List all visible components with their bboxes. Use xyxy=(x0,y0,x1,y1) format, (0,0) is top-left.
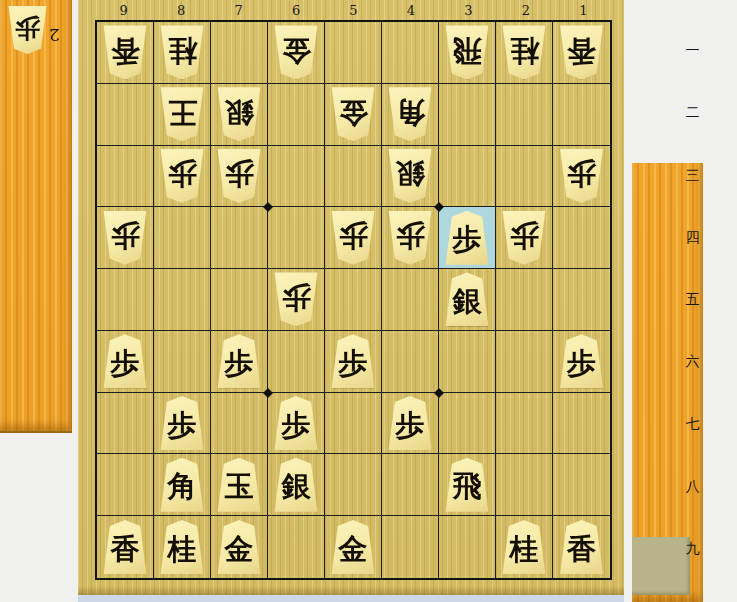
koma-kanji: 桂 xyxy=(510,535,539,564)
board-cell-9-5[interactable] xyxy=(97,269,154,331)
koma-gote-s[interactable]: 銀 xyxy=(216,87,262,141)
board-cell-1-8[interactable] xyxy=(553,454,610,516)
board-cell-4-3[interactable]: 銀 xyxy=(382,146,439,208)
board-cell-1-1[interactable]: 香 xyxy=(553,22,610,84)
board-cell-5-5[interactable] xyxy=(325,269,382,331)
koma-kanji: 香 xyxy=(567,535,596,564)
board-cell-8-3[interactable]: 歩 xyxy=(154,146,211,208)
board-cell-6-6[interactable] xyxy=(268,331,325,393)
koma-kanji: 金 xyxy=(339,535,368,564)
file-label-6: 6 xyxy=(267,1,324,19)
koma-kanji: 飛 xyxy=(453,36,482,65)
koma-gote-n[interactable]: 桂 xyxy=(159,25,205,79)
board-cell-9-8[interactable] xyxy=(97,454,154,516)
board-cell-3-5[interactable]: 銀 xyxy=(439,269,496,331)
board-cell-3-1[interactable]: 飛 xyxy=(439,22,496,84)
koma-gote-b[interactable]: 角 xyxy=(387,87,433,141)
board-cell-9-2[interactable] xyxy=(97,84,154,146)
koma-sente-b[interactable]: 角 xyxy=(159,458,205,512)
koma-gote-k[interactable]: 王 xyxy=(159,87,205,141)
koma-gote-p[interactable]: 歩 xyxy=(102,211,148,265)
koma-kanji: 歩 xyxy=(225,349,254,378)
koma-kanji: 歩 xyxy=(282,411,311,440)
koma-gote-p[interactable]: 歩 xyxy=(387,211,433,265)
file-label-7: 7 xyxy=(210,1,267,19)
koma-sente-p[interactable]: 歩 xyxy=(387,396,433,450)
rank-label-5: 五 xyxy=(683,269,702,331)
koma-kanji: 香 xyxy=(111,535,140,564)
koma-kanji: 香 xyxy=(111,36,140,65)
board-cell-2-1[interactable]: 桂 xyxy=(496,22,553,84)
board-cell-4-4[interactable]: 歩 xyxy=(382,207,439,269)
board-cell-1-4[interactable] xyxy=(553,207,610,269)
koma-sente-p[interactable]: 歩 xyxy=(444,211,490,265)
board-cell-8-8[interactable]: 角 xyxy=(154,454,211,516)
koma-kanji: 歩 xyxy=(168,411,197,440)
koma-kanji: 角 xyxy=(396,98,425,127)
board-cell-8-7[interactable]: 歩 xyxy=(154,393,211,455)
board-cell-4-6[interactable] xyxy=(382,331,439,393)
board-cell-9-7[interactable] xyxy=(97,393,154,455)
board-cell-6-4[interactable] xyxy=(268,207,325,269)
file-label-2: 2 xyxy=(497,1,554,19)
koma-gote-p[interactable]: 歩 xyxy=(559,149,605,203)
board-cell-6-5[interactable]: 歩 xyxy=(268,269,325,331)
file-label-9: 9 xyxy=(95,1,152,19)
koma-kanji: 銀 xyxy=(453,287,482,316)
board-cell-4-9[interactable] xyxy=(382,516,439,578)
shogi-board: 987654321 一二三四五六七八九 香桂金飛桂香王銀金角歩歩銀歩歩歩歩歩歩歩… xyxy=(78,0,624,595)
koma-gote-p[interactable]: 歩 xyxy=(330,211,376,265)
koma-gote-p[interactable]: 歩 xyxy=(159,149,205,203)
koma-gote-l[interactable]: 香 xyxy=(102,25,148,79)
koma-sente-p[interactable]: 歩 xyxy=(216,334,262,388)
board-cell-9-1[interactable]: 香 xyxy=(97,22,154,84)
koma-kanji: 金 xyxy=(339,98,368,127)
board-cell-5-4[interactable]: 歩 xyxy=(325,207,382,269)
board-cell-2-5[interactable] xyxy=(496,269,553,331)
board-cell-7-5[interactable] xyxy=(211,269,268,331)
koma-kanji: 歩 xyxy=(225,159,254,188)
board-cell-4-8[interactable] xyxy=(382,454,439,516)
board-cell-8-6[interactable] xyxy=(154,331,211,393)
board-cell-5-6[interactable]: 歩 xyxy=(325,331,382,393)
board-cell-6-9[interactable] xyxy=(268,516,325,578)
koma-gote-g[interactable]: 金 xyxy=(330,87,376,141)
koma-gote-p-in-hand[interactable]: 歩 xyxy=(7,6,48,54)
board-cell-9-6[interactable]: 歩 xyxy=(97,331,154,393)
koma-kanji: 金 xyxy=(225,535,254,564)
rank-label-8: 八 xyxy=(683,456,702,518)
koma-sente-s[interactable]: 銀 xyxy=(273,458,319,512)
file-labels: 987654321 xyxy=(95,1,612,19)
gote-captured-tray: 歩 2 xyxy=(0,0,72,433)
board-cell-3-8[interactable]: 飛 xyxy=(439,454,496,516)
koma-sente-p[interactable]: 歩 xyxy=(102,334,148,388)
koma-kanji: 歩 xyxy=(567,159,596,188)
rank-label-3: 三 xyxy=(683,144,702,206)
board-cell-1-2[interactable] xyxy=(553,84,610,146)
koma-kanji: 桂 xyxy=(168,36,197,65)
koma-kanji: 歩 xyxy=(510,221,539,250)
koma-kanji: 歩 xyxy=(282,283,311,312)
koma-kanji: 玉 xyxy=(225,472,254,501)
board-cell-6-2[interactable] xyxy=(268,84,325,146)
board-cell-5-8[interactable] xyxy=(325,454,382,516)
koma-kanji: 歩 xyxy=(396,221,425,250)
koma-kanji: 桂 xyxy=(168,535,197,564)
koma-kanji: 歩 xyxy=(396,411,425,440)
koma-sente-p[interactable]: 歩 xyxy=(330,334,376,388)
koma-sente-l[interactable]: 香 xyxy=(102,520,148,574)
koma-kanji: 金 xyxy=(282,36,311,65)
koma-kanji: 桂 xyxy=(510,36,539,65)
board-cell-2-3[interactable] xyxy=(496,146,553,208)
koma-sente-k[interactable]: 玉 xyxy=(216,458,262,512)
koma-kanji: 銀 xyxy=(282,472,311,501)
board-cell-5-3[interactable] xyxy=(325,146,382,208)
board-cell-4-7[interactable]: 歩 xyxy=(382,393,439,455)
board-cell-6-1[interactable]: 金 xyxy=(268,22,325,84)
board-cell-1-9[interactable]: 香 xyxy=(553,516,610,578)
board-cell-2-9[interactable]: 桂 xyxy=(496,516,553,578)
board-cell-3-3[interactable] xyxy=(439,146,496,208)
koma-sente-p[interactable]: 歩 xyxy=(559,334,605,388)
piece-stand-slot xyxy=(632,537,690,595)
koma-sente-r[interactable]: 飛 xyxy=(444,458,490,512)
koma-sente-p[interactable]: 歩 xyxy=(273,396,319,450)
file-label-3: 3 xyxy=(440,1,497,19)
board-cell-3-7[interactable] xyxy=(439,393,496,455)
koma-sente-g[interactable]: 金 xyxy=(330,520,376,574)
board-cell-7-7[interactable] xyxy=(211,393,268,455)
koma-kanji: 歩 xyxy=(111,221,140,250)
board-cell-9-3[interactable] xyxy=(97,146,154,208)
board-cell-7-8[interactable]: 玉 xyxy=(211,454,268,516)
board-cell-1-3[interactable]: 歩 xyxy=(553,146,610,208)
koma-sente-l[interactable]: 香 xyxy=(559,520,605,574)
board-cell-4-5[interactable] xyxy=(382,269,439,331)
board-cell-5-7[interactable] xyxy=(325,393,382,455)
koma-kanji: 銀 xyxy=(225,98,254,127)
board-cell-8-9[interactable]: 桂 xyxy=(154,516,211,578)
rank-label-7: 七 xyxy=(683,393,702,455)
board-grid: 香桂金飛桂香王銀金角歩歩銀歩歩歩歩歩歩歩銀歩歩歩歩歩歩歩角玉銀飛香桂金金桂香 xyxy=(95,20,612,580)
board-cell-8-2[interactable]: 王 xyxy=(154,84,211,146)
koma-gote-l[interactable]: 香 xyxy=(559,25,605,79)
koma-gote-r[interactable]: 飛 xyxy=(444,25,490,79)
koma-sente-s[interactable]: 銀 xyxy=(444,272,490,326)
rank-label-1: 一 xyxy=(683,20,702,82)
board-cell-3-6[interactable] xyxy=(439,331,496,393)
board-cell-5-2[interactable]: 金 xyxy=(325,84,382,146)
board-cell-8-5[interactable] xyxy=(154,269,211,331)
board-cell-8-4[interactable] xyxy=(154,207,211,269)
koma-gote-s[interactable]: 銀 xyxy=(387,149,433,203)
board-cell-6-3[interactable] xyxy=(268,146,325,208)
board-bottom-strip xyxy=(78,595,624,602)
board-cell-6-7[interactable]: 歩 xyxy=(268,393,325,455)
board-cell-1-5[interactable] xyxy=(553,269,610,331)
koma-kanji: 銀 xyxy=(396,159,425,188)
board-cell-7-3[interactable]: 歩 xyxy=(211,146,268,208)
koma-gote-n[interactable]: 桂 xyxy=(501,25,547,79)
file-label-4: 4 xyxy=(382,1,439,19)
board-cell-5-9[interactable]: 金 xyxy=(325,516,382,578)
board-cell-9-9[interactable]: 香 xyxy=(97,516,154,578)
koma-gote-p[interactable]: 歩 xyxy=(273,272,319,326)
board-cell-2-7[interactable] xyxy=(496,393,553,455)
board-cell-2-4[interactable]: 歩 xyxy=(496,207,553,269)
file-label-8: 8 xyxy=(152,1,209,19)
board-cell-4-1[interactable] xyxy=(382,22,439,84)
koma-kanji: 歩 xyxy=(339,349,368,378)
board-cell-7-6[interactable]: 歩 xyxy=(211,331,268,393)
board-cell-7-9[interactable]: 金 xyxy=(211,516,268,578)
rank-label-2: 二 xyxy=(683,82,702,144)
koma-kanji: 歩 xyxy=(168,159,197,188)
board-cell-7-2[interactable]: 銀 xyxy=(211,84,268,146)
koma-sente-n[interactable]: 桂 xyxy=(501,520,547,574)
koma-kanji: 歩 xyxy=(453,225,482,254)
board-cell-8-1[interactable]: 桂 xyxy=(154,22,211,84)
board-cell-7-1[interactable] xyxy=(211,22,268,84)
koma-kanji: 王 xyxy=(168,98,197,127)
rank-label-4: 四 xyxy=(683,207,702,269)
koma-gote-p[interactable]: 歩 xyxy=(501,211,547,265)
board-cell-9-4[interactable]: 歩 xyxy=(97,207,154,269)
rank-labels: 一二三四五六七八九 xyxy=(683,20,702,580)
koma-gote-g[interactable]: 金 xyxy=(273,25,319,79)
koma-kanji: 香 xyxy=(567,36,596,65)
board-cell-5-1[interactable] xyxy=(325,22,382,84)
file-label-1: 1 xyxy=(555,1,612,19)
koma-kanji: 角 xyxy=(168,472,197,501)
board-cell-6-8[interactable]: 銀 xyxy=(268,454,325,516)
board-cell-2-6[interactable] xyxy=(496,331,553,393)
koma-kanji: 歩 xyxy=(15,16,40,41)
file-label-5: 5 xyxy=(325,1,382,19)
gote-hand-count: 2 xyxy=(49,25,60,45)
koma-kanji: 飛 xyxy=(453,472,482,501)
rank-label-6: 六 xyxy=(683,331,702,393)
board-cell-1-6[interactable]: 歩 xyxy=(553,331,610,393)
koma-kanji: 歩 xyxy=(567,349,596,378)
rank-label-9: 九 xyxy=(683,518,702,580)
koma-sente-g[interactable]: 金 xyxy=(216,520,262,574)
board-cell-1-7[interactable] xyxy=(553,393,610,455)
board-cell-3-2[interactable] xyxy=(439,84,496,146)
board-cell-2-2[interactable] xyxy=(496,84,553,146)
board-cell-7-4[interactable] xyxy=(211,207,268,269)
koma-kanji: 歩 xyxy=(339,221,368,250)
board-cell-3-9[interactable] xyxy=(439,516,496,578)
koma-sente-p[interactable]: 歩 xyxy=(159,396,205,450)
koma-gote-p[interactable]: 歩 xyxy=(216,149,262,203)
board-cell-4-2[interactable]: 角 xyxy=(382,84,439,146)
board-cell-2-8[interactable] xyxy=(496,454,553,516)
koma-sente-n[interactable]: 桂 xyxy=(159,520,205,574)
koma-kanji: 歩 xyxy=(111,349,140,378)
board-cell-3-4[interactable]: 歩 xyxy=(439,207,496,269)
